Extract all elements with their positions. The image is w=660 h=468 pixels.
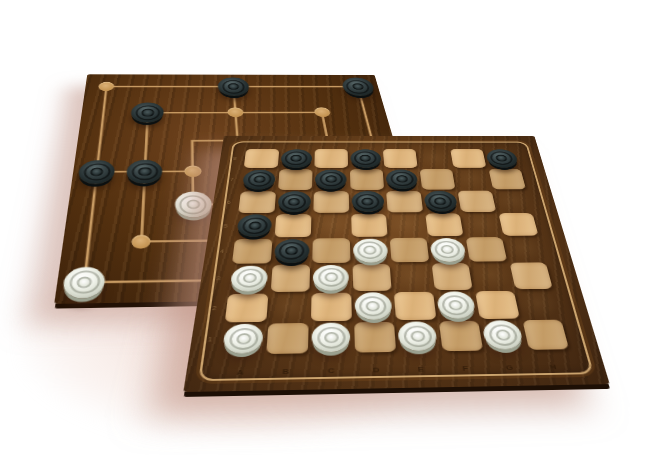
square-e2[interactable]	[394, 291, 436, 320]
square-f3[interactable]	[431, 263, 473, 290]
rank-label-7: 7	[225, 169, 239, 191]
square-b2[interactable]	[267, 292, 311, 323]
file-label-d: D	[354, 365, 399, 377]
checkers-grid	[219, 148, 570, 355]
square-g4[interactable]	[466, 237, 507, 262]
scene: ABCDEFGH 12345678	[0, 0, 660, 468]
square-g7[interactable]	[453, 168, 492, 189]
checkers-black-man-c7[interactable]	[315, 170, 347, 190]
square-d3[interactable]	[352, 264, 392, 291]
square-b3[interactable]	[270, 265, 310, 292]
square-e5[interactable]	[387, 213, 427, 238]
square-f5[interactable]	[425, 213, 464, 236]
square-c4[interactable]	[312, 238, 350, 263]
square-a6[interactable]	[238, 191, 275, 213]
square-h3[interactable]	[509, 263, 553, 289]
square-c2[interactable]	[311, 292, 351, 321]
square-c5[interactable]	[312, 213, 351, 238]
square-a2[interactable]	[225, 293, 268, 322]
file-label-h: H	[530, 362, 576, 374]
square-g3[interactable]	[469, 262, 514, 290]
file-label-c: C	[308, 365, 353, 377]
square-h5[interactable]	[498, 213, 539, 236]
square-h6[interactable]	[492, 190, 533, 213]
square-g6[interactable]	[457, 190, 495, 212]
square-e4[interactable]	[390, 238, 429, 263]
square-e3[interactable]	[391, 263, 434, 291]
checkers-black-man-d8[interactable]	[350, 149, 381, 168]
square-f1[interactable]	[438, 321, 483, 352]
square-a8[interactable]	[244, 149, 279, 168]
square-c6[interactable]	[313, 191, 348, 213]
checkers-board-wrapper: ABCDEFGH 12345678	[200, 53, 578, 431]
square-b1[interactable]	[266, 323, 309, 354]
rank-label-2: 2	[205, 293, 222, 323]
square-h4[interactable]	[502, 236, 546, 262]
checkers-file-labels: ABCDEFGH	[217, 362, 577, 379]
square-b7[interactable]	[278, 169, 313, 190]
rank-label-6: 6	[221, 191, 236, 214]
square-f7[interactable]	[419, 169, 455, 189]
file-label-a: A	[217, 367, 264, 379]
square-d5[interactable]	[351, 214, 388, 237]
square-h1[interactable]	[522, 319, 569, 349]
rank-label-5: 5	[218, 214, 233, 239]
square-e8[interactable]	[383, 149, 417, 168]
square-h2[interactable]	[514, 289, 562, 319]
rank-label-1: 1	[201, 323, 219, 356]
file-label-g: G	[487, 362, 533, 374]
file-label-f: F	[443, 363, 489, 375]
rank-label-8: 8	[228, 148, 242, 169]
rank-label-3: 3	[210, 265, 227, 293]
square-g5[interactable]	[460, 212, 502, 236]
file-label-e: E	[398, 364, 444, 376]
square-g2[interactable]	[475, 290, 519, 318]
square-c8[interactable]	[314, 149, 347, 168]
square-a4[interactable]	[232, 239, 272, 264]
square-e6[interactable]	[386, 191, 423, 213]
rank-label-4: 4	[214, 238, 230, 264]
square-f8[interactable]	[416, 148, 453, 168]
square-d1[interactable]	[354, 322, 397, 353]
square-d7[interactable]	[349, 169, 384, 189]
file-label-b: B	[263, 366, 309, 378]
square-g8[interactable]	[450, 149, 486, 168]
checkers-black-man-e7[interactable]	[386, 169, 419, 189]
square-b5[interactable]	[274, 214, 311, 237]
square-h7[interactable]	[488, 169, 526, 189]
checkers-board: ABCDEFGH 12345678	[183, 136, 609, 392]
